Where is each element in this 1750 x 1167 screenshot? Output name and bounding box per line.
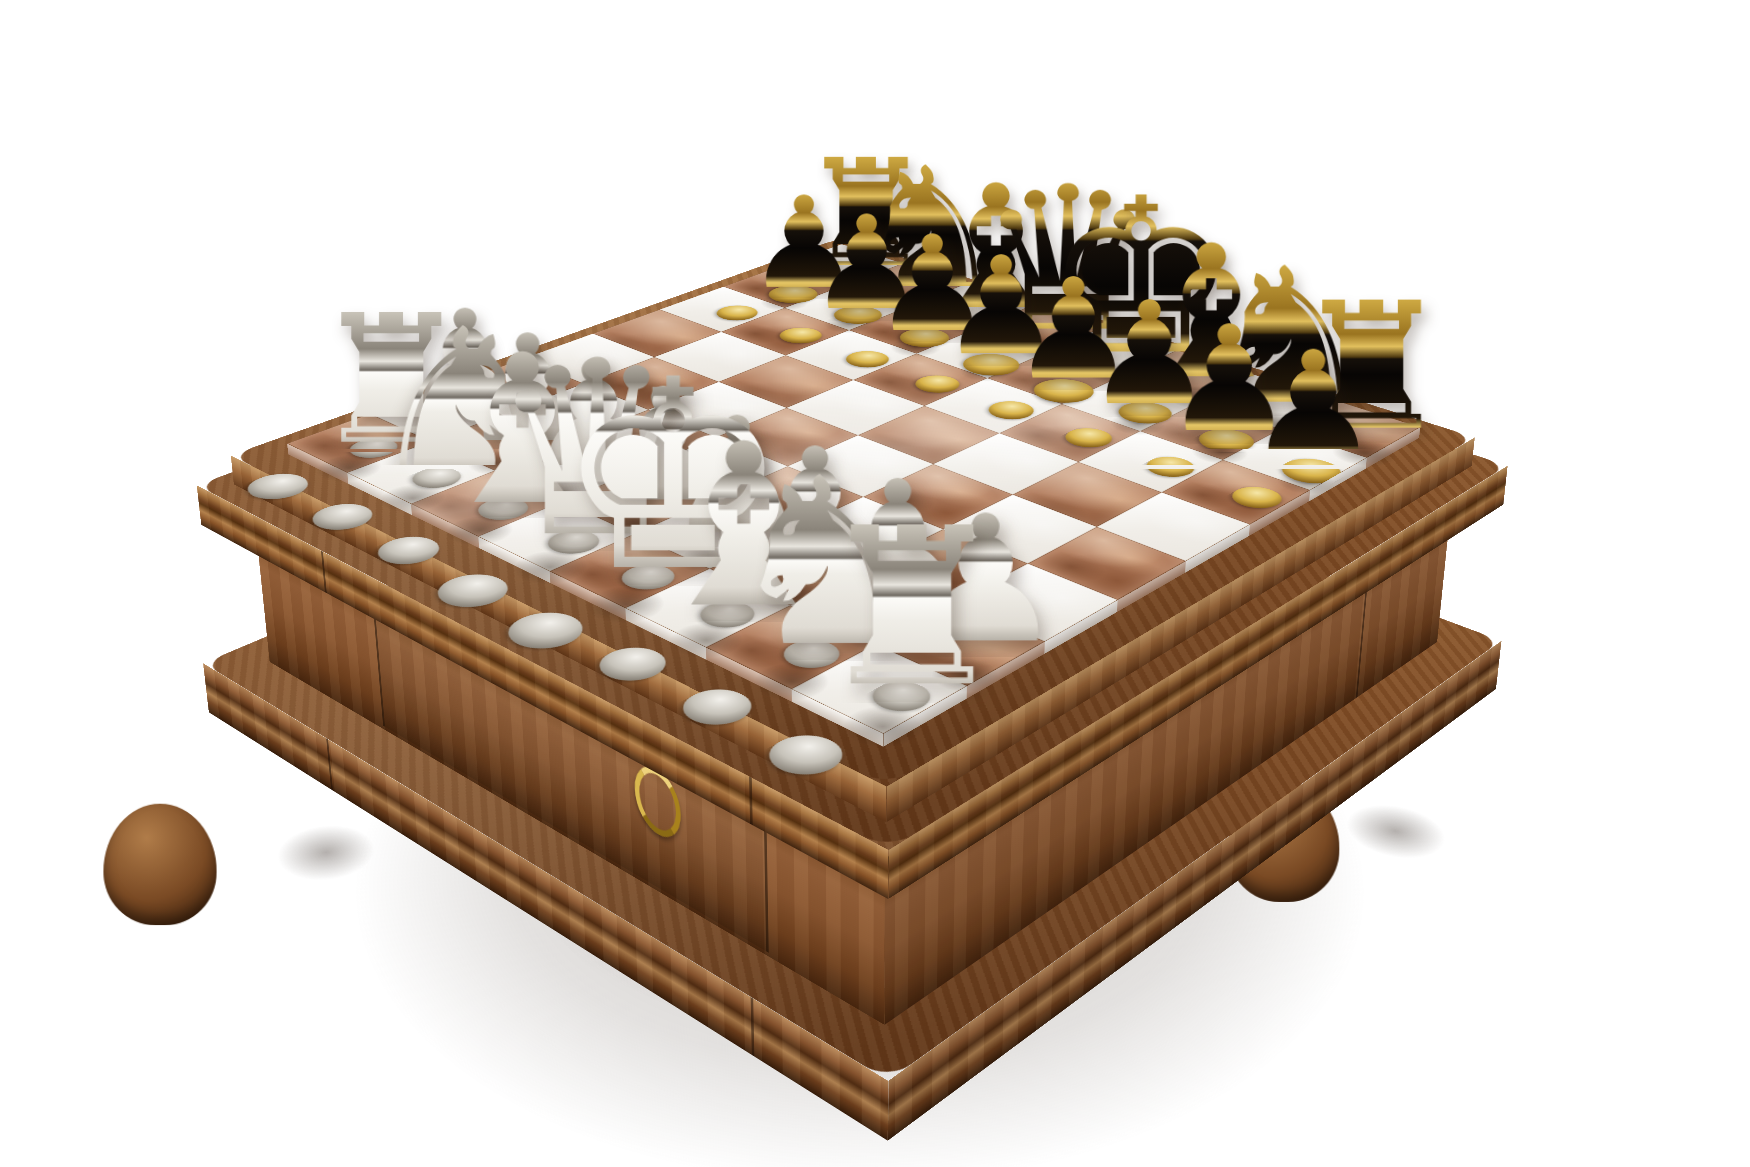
molding-seam [750, 997, 754, 1057]
chess-set-photo: ♜♞♟♝♟♛♟♚♟♝♟♞♟♟♜♟♟♜♟♟♞♟♝♟♛♟♚♟♝♟♞♜ [0, 0, 1750, 1167]
molding-seam [321, 551, 327, 594]
molding-seam [326, 738, 333, 790]
scene: ♜♞♟♝♟♛♟♚♟♝♟♞♟♟♜♟♟♜♟♟♞♟♝♟♛♟♚♟♝♟♞♜ [0, 0, 1750, 1167]
molding-seam [749, 776, 753, 825]
